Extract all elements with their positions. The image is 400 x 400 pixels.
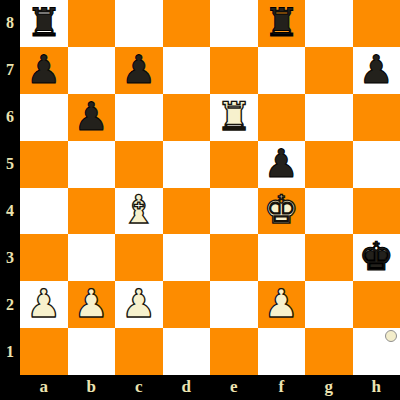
white-pawn-b2[interactable]: ♟︎ <box>74 284 109 323</box>
white-pawn-a2[interactable]: ♟︎ <box>26 284 61 323</box>
square-e2[interactable] <box>210 281 258 328</box>
square-c3[interactable] <box>115 234 163 281</box>
square-g3[interactable] <box>305 234 353 281</box>
white-king-f4[interactable]: ♚ <box>264 190 299 229</box>
square-c6[interactable] <box>115 94 163 141</box>
rank-label-7: 7 <box>0 47 20 94</box>
file-label-e: e <box>210 375 258 400</box>
file-label-h: h <box>353 375 400 400</box>
square-g8[interactable] <box>305 0 353 47</box>
square-d4[interactable] <box>163 188 211 235</box>
square-h1[interactable] <box>353 328 400 375</box>
file-label-g: g <box>305 375 353 400</box>
square-h8[interactable] <box>353 0 400 47</box>
square-e6[interactable]: ♜ <box>210 94 258 141</box>
square-h7[interactable]: ♟︎ <box>353 47 400 94</box>
black-pawn-f5[interactable]: ♟︎ <box>264 144 299 183</box>
square-d2[interactable] <box>163 281 211 328</box>
file-label-c: c <box>115 375 163 400</box>
square-b6[interactable]: ♟︎ <box>68 94 116 141</box>
square-c5[interactable] <box>115 141 163 188</box>
square-b3[interactable] <box>68 234 116 281</box>
square-g6[interactable] <box>305 94 353 141</box>
chess-board: ♜♜♟︎♟︎♟︎♟︎♜♟︎♝♚♚♟︎♟︎♟︎♟︎ <box>20 0 400 375</box>
square-h5[interactable] <box>353 141 400 188</box>
square-c8[interactable] <box>115 0 163 47</box>
black-pawn-c7[interactable]: ♟︎ <box>121 50 156 89</box>
square-g1[interactable] <box>305 328 353 375</box>
square-a3[interactable] <box>20 234 68 281</box>
square-a4[interactable] <box>20 188 68 235</box>
square-e8[interactable] <box>210 0 258 47</box>
square-b2[interactable]: ♟︎ <box>68 281 116 328</box>
square-a7[interactable]: ♟︎ <box>20 47 68 94</box>
square-g4[interactable] <box>305 188 353 235</box>
rank-label-2: 2 <box>0 281 20 328</box>
square-b1[interactable] <box>68 328 116 375</box>
square-a2[interactable]: ♟︎ <box>20 281 68 328</box>
square-h3[interactable]: ♚ <box>353 234 400 281</box>
file-label-a: a <box>20 375 68 400</box>
rank-label-8: 8 <box>0 0 20 47</box>
square-f7[interactable] <box>258 47 306 94</box>
square-b5[interactable] <box>68 141 116 188</box>
file-label-d: d <box>163 375 211 400</box>
square-f8[interactable]: ♜ <box>258 0 306 47</box>
square-a6[interactable] <box>20 94 68 141</box>
square-e4[interactable] <box>210 188 258 235</box>
black-pawn-a7[interactable]: ♟︎ <box>26 50 61 89</box>
square-a5[interactable] <box>20 141 68 188</box>
square-d6[interactable] <box>163 94 211 141</box>
file-label-b: b <box>68 375 116 400</box>
white-pawn-c2[interactable]: ♟︎ <box>121 284 156 323</box>
white-pawn-f2[interactable]: ♟︎ <box>264 284 299 323</box>
rank-label-5: 5 <box>0 141 20 188</box>
square-c2[interactable]: ♟︎ <box>115 281 163 328</box>
rank-label-3: 3 <box>0 234 20 281</box>
square-f3[interactable] <box>258 234 306 281</box>
square-d8[interactable] <box>163 0 211 47</box>
square-c4[interactable]: ♝ <box>115 188 163 235</box>
square-f1[interactable] <box>258 328 306 375</box>
square-d3[interactable] <box>163 234 211 281</box>
square-g2[interactable] <box>305 281 353 328</box>
white-rook-e6[interactable]: ♜ <box>216 97 251 136</box>
black-king-h3[interactable]: ♚ <box>359 237 394 276</box>
rank-label-6: 6 <box>0 94 20 141</box>
square-f5[interactable]: ♟︎ <box>258 141 306 188</box>
side-to-move-indicator <box>385 330 397 342</box>
square-h4[interactable] <box>353 188 400 235</box>
file-labels: abcdefgh <box>20 375 400 400</box>
black-rook-a8[interactable]: ♜ <box>26 3 61 42</box>
square-b8[interactable] <box>68 0 116 47</box>
black-rook-f8[interactable]: ♜ <box>264 3 299 42</box>
square-e7[interactable] <box>210 47 258 94</box>
square-d1[interactable] <box>163 328 211 375</box>
file-label-f: f <box>258 375 306 400</box>
square-h2[interactable] <box>353 281 400 328</box>
square-e3[interactable] <box>210 234 258 281</box>
square-g7[interactable] <box>305 47 353 94</box>
square-f6[interactable] <box>258 94 306 141</box>
square-d7[interactable] <box>163 47 211 94</box>
square-b4[interactable] <box>68 188 116 235</box>
square-a8[interactable]: ♜ <box>20 0 68 47</box>
white-bishop-c4[interactable]: ♝ <box>121 190 156 229</box>
square-h6[interactable] <box>353 94 400 141</box>
square-e1[interactable] <box>210 328 258 375</box>
square-f2[interactable]: ♟︎ <box>258 281 306 328</box>
square-c1[interactable] <box>115 328 163 375</box>
square-g5[interactable] <box>305 141 353 188</box>
black-pawn-h7[interactable]: ♟︎ <box>359 50 394 89</box>
square-c7[interactable]: ♟︎ <box>115 47 163 94</box>
square-d5[interactable] <box>163 141 211 188</box>
chess-diagram: 87654321 ♜♜♟︎♟︎♟︎♟︎♜♟︎♝♚♚♟︎♟︎♟︎♟︎ abcdef… <box>0 0 400 400</box>
square-e5[interactable] <box>210 141 258 188</box>
black-pawn-b6[interactable]: ♟︎ <box>74 97 109 136</box>
square-b7[interactable] <box>68 47 116 94</box>
square-f4[interactable]: ♚ <box>258 188 306 235</box>
rank-label-1: 1 <box>0 328 20 375</box>
rank-labels: 87654321 <box>0 0 20 375</box>
rank-label-4: 4 <box>0 188 20 235</box>
square-a1[interactable] <box>20 328 68 375</box>
